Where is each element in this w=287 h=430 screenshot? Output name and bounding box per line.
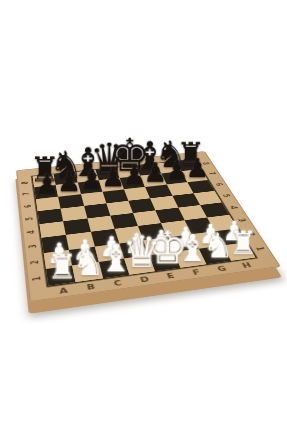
square-b4 — [63, 218, 90, 234]
square-a4 — [40, 221, 67, 238]
rank-label-left-8: 8 — [14, 178, 37, 188]
square-f3 — [161, 220, 191, 237]
square-a3 — [42, 235, 70, 253]
rank-label-left-7: 7 — [15, 189, 38, 200]
rank-label-right-5: 5 — [213, 190, 240, 201]
chess-set-photo: ♜♞♝♛♚♝♞♜♟♟♟♟♟♟♟♟♟♟♟♟♟♟♟♟♜♞♝♛♚♝♞♜ ABCDEFG… — [0, 0, 287, 430]
chess-board: ♜♞♝♛♚♝♞♜♟♟♟♟♟♟♟♟♟♟♟♟♟♟♟♟♜♞♝♛♚♝♞♜ ABCDEFG… — [16, 151, 281, 302]
square-d5 — [106, 201, 133, 216]
rank-label-right-6: 6 — [206, 179, 232, 189]
rank-label-right-4: 4 — [220, 202, 248, 214]
square-d2: ♟ — [119, 240, 149, 258]
square-g4 — [178, 205, 207, 220]
square-e4 — [133, 210, 161, 226]
square-c5 — [84, 203, 111, 218]
square-e3 — [138, 223, 167, 240]
square-f4 — [156, 208, 185, 224]
square-e2: ♟ — [143, 237, 174, 255]
rank-label-right-7: 7 — [199, 169, 224, 179]
square-a2: ♟ — [44, 250, 73, 269]
square-f5 — [150, 196, 178, 211]
rank-label-right-8: 8 — [193, 159, 217, 168]
